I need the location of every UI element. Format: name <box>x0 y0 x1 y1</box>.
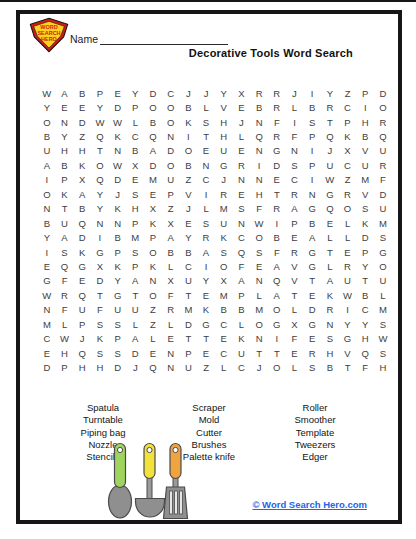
grid-cell: T <box>356 274 374 288</box>
grid-cell: I <box>180 129 198 143</box>
grid-cell: R <box>339 259 357 273</box>
grid-cell: P <box>303 129 321 143</box>
grid-cell: P <box>356 86 374 100</box>
word-search-hero-logo: WORD SEARCH HERO <box>29 17 69 53</box>
grid-cell: N <box>56 115 74 129</box>
grid-cell: M <box>38 317 56 331</box>
grid-cell: O <box>180 144 198 158</box>
grid-cell: S <box>109 346 127 360</box>
grid-cell: U <box>109 303 127 317</box>
grid-cell: R <box>250 86 268 100</box>
grid-cell: A <box>233 274 251 288</box>
grid-cell: S <box>215 245 233 259</box>
grid-cell: Q <box>356 346 374 360</box>
grid-cell: N <box>109 216 127 230</box>
grid-cell: D <box>126 346 144 360</box>
word-list-item: Edger <box>255 451 375 463</box>
grid-cell: R <box>374 158 392 172</box>
grid-cell: T <box>180 331 198 345</box>
grid-cell: K <box>339 129 357 143</box>
grid-cell: R <box>268 86 286 100</box>
grid-cell: C <box>215 317 233 331</box>
grid-cell: B <box>109 230 127 244</box>
grid-cell: U <box>180 360 198 374</box>
grid-cell: B <box>303 100 321 114</box>
grid-cell: G <box>215 158 233 172</box>
grid-cell: C <box>162 86 180 100</box>
grid-cell: Y <box>91 202 109 216</box>
grid-cell: N <box>162 129 180 143</box>
grid-cell: F <box>268 115 286 129</box>
grid-cell: N <box>38 202 56 216</box>
grid-cell: P <box>303 158 321 172</box>
grid-cell: I <box>286 115 304 129</box>
grid-cell: Z <box>162 202 180 216</box>
grid-cell: Y <box>91 187 109 201</box>
grid-cell: I <box>197 187 215 201</box>
word-list-item: Piping bag <box>43 427 163 439</box>
grid-cell: J <box>286 86 304 100</box>
grid-cell: Q <box>73 216 91 230</box>
grid-cell: M <box>215 288 233 302</box>
grid-cell: G <box>91 245 109 259</box>
grid-cell: M <box>356 173 374 187</box>
grid-cell: Q <box>73 346 91 360</box>
logo-text-search: SEARCH <box>37 30 60 36</box>
grid-cell: D <box>73 230 91 244</box>
grid-cell: Q <box>233 245 251 259</box>
grid-cell: M <box>215 202 233 216</box>
grid-cell: Y <box>109 274 127 288</box>
grid-cell: X <box>73 173 91 187</box>
name-blank-line <box>100 35 228 45</box>
grid-cell: D <box>109 360 127 374</box>
grid-cell: V <box>286 274 304 288</box>
logo-text-word: WORD <box>40 24 57 30</box>
grid-cell: B <box>215 303 233 317</box>
grid-cell: F <box>268 245 286 259</box>
grid-cell: Z <box>144 303 162 317</box>
grid-cell: T <box>126 288 144 302</box>
grid-cell: V <box>180 187 198 201</box>
grid-cell: O <box>38 187 56 201</box>
grid-cell: A <box>321 274 339 288</box>
grid-cell: Q <box>56 259 74 273</box>
grid-cell: D <box>268 158 286 172</box>
grid-cell: J <box>250 360 268 374</box>
grid-cell: E <box>286 230 304 244</box>
grid-cell: I <box>268 331 286 345</box>
grid-cell: I <box>91 230 109 244</box>
grid-cell: P <box>339 115 357 129</box>
grid-cell: N <box>250 144 268 158</box>
grid-cell: L <box>339 216 357 230</box>
grid-cell: R <box>268 129 286 143</box>
grid-cell: P <box>233 288 251 302</box>
grid-cell: K <box>109 129 127 143</box>
grid-cell: E <box>144 346 162 360</box>
grid-cell: B <box>180 245 198 259</box>
grid-cell: P <box>356 245 374 259</box>
grid-cell: G <box>197 317 215 331</box>
grid-cell: E <box>197 144 215 158</box>
grid-cell: I <box>303 144 321 158</box>
grid-cell: E <box>339 245 357 259</box>
grid-cell: S <box>109 317 127 331</box>
grid-cell: A <box>73 187 91 201</box>
grid-cell: Q <box>91 129 109 143</box>
grid-cell: O <box>268 303 286 317</box>
grid-cell: T <box>91 144 109 158</box>
grid-cell: B <box>73 86 91 100</box>
grid-cell: Q <box>321 202 339 216</box>
grid-cell: S <box>374 346 392 360</box>
grid-cell: A <box>303 230 321 244</box>
grid-cell: Q <box>321 129 339 143</box>
grid-cell: U <box>215 144 233 158</box>
grid-cell: J <box>109 187 127 201</box>
grid-cell: S <box>197 216 215 230</box>
grid-cell: N <box>250 331 268 345</box>
grid-cell: Y <box>215 86 233 100</box>
grid-cell: U <box>162 173 180 187</box>
ladle-icon <box>136 444 165 518</box>
grid-cell: L <box>144 331 162 345</box>
grid-cell: Z <box>73 129 91 143</box>
grid-cell: A <box>144 144 162 158</box>
grid-cell: E <box>303 331 321 345</box>
grid-cell: H <box>215 115 233 129</box>
grid-cell: N <box>144 274 162 288</box>
grid-cell: P <box>144 230 162 244</box>
grid-cell: J <box>126 360 144 374</box>
grid-cell: K <box>73 158 91 172</box>
grid-cell: R <box>268 202 286 216</box>
grid-cell: Y <box>197 274 215 288</box>
copyright-link[interactable]: © Word Search Hero.com <box>252 499 367 510</box>
grid-cell: A <box>268 259 286 273</box>
grid-cell: A <box>126 274 144 288</box>
grid-cell: U <box>56 216 74 230</box>
grid-cell: F <box>374 173 392 187</box>
grid-cell: G <box>109 288 127 302</box>
grid-cell: N <box>233 216 251 230</box>
letter-grid: WABPEYDCJJYXRRJIYZPDYEEYDPOOBLVEBRLBRCIO… <box>38 86 392 375</box>
grid-cell: T <box>339 360 357 374</box>
grid-cell: B <box>356 129 374 143</box>
grid-cell: D <box>374 187 392 201</box>
grid-cell: J <box>233 115 251 129</box>
grid-cell: U <box>233 346 251 360</box>
grid-cell: M <box>374 303 392 317</box>
grid-cell: K <box>91 331 109 345</box>
grid-cell: N <box>162 346 180 360</box>
grid-cell: S <box>126 245 144 259</box>
grid-cell: E <box>180 216 198 230</box>
grid-cell: Y <box>356 317 374 331</box>
grid-cell: C <box>197 173 215 187</box>
grid-cell: L <box>56 317 74 331</box>
grid-cell: L <box>233 317 251 331</box>
grid-cell: B <box>73 202 91 216</box>
grid-cell: M <box>144 173 162 187</box>
grid-cell: T <box>268 187 286 201</box>
grid-cell: P <box>126 216 144 230</box>
grid-cell: E <box>144 187 162 201</box>
grid-cell: E <box>38 259 56 273</box>
grid-cell: P <box>126 100 144 114</box>
grid-cell: A <box>268 288 286 302</box>
grid-cell: E <box>73 100 91 114</box>
grid-cell: O <box>91 158 109 172</box>
grid-cell: H <box>56 346 74 360</box>
grid-cell: G <box>321 187 339 201</box>
grid-cell: B <box>144 115 162 129</box>
grid-cell: E <box>233 187 251 201</box>
grid-cell: F <box>250 202 268 216</box>
grid-cell: F <box>233 259 251 273</box>
grid-cell: O <box>162 115 180 129</box>
grid-cell: W <box>56 331 74 345</box>
grid-cell: P <box>109 331 127 345</box>
grid-cell: Y <box>126 86 144 100</box>
grid-cell: U <box>73 303 91 317</box>
grid-cell: Q <box>73 288 91 302</box>
grid-cell: J <box>321 144 339 158</box>
grid-cell: N <box>233 173 251 187</box>
grid-cell: R <box>286 245 304 259</box>
grid-cell: X <box>215 274 233 288</box>
grid-cell: D <box>109 100 127 114</box>
grid-cell: K <box>180 115 198 129</box>
grid-cell: A <box>126 331 144 345</box>
grid-cell: K <box>197 303 215 317</box>
grid-cell: Q <box>144 129 162 143</box>
grid-cell: E <box>233 144 251 158</box>
grid-cell: H <box>73 144 91 158</box>
grid-cell: E <box>250 259 268 273</box>
grid-cell: S <box>286 158 304 172</box>
grid-cell: E <box>215 331 233 345</box>
slotted-turner-icon <box>164 444 188 519</box>
grid-cell: D <box>91 274 109 288</box>
grid-cell: B <box>268 230 286 244</box>
worksheet-page: WORD SEARCH HERO Name Decorative Tools W… <box>0 0 416 539</box>
grid-cell: T <box>197 331 215 345</box>
grid-cell: O <box>250 230 268 244</box>
grid-cell: S <box>303 115 321 129</box>
grid-cell: F <box>162 288 180 302</box>
grid-cell: F <box>286 331 304 345</box>
grid-cell: X <box>286 317 304 331</box>
grid-cell: H <box>73 360 91 374</box>
grid-cell: P <box>109 245 127 259</box>
grid-cell: S <box>91 346 109 360</box>
grid-cell: S <box>250 245 268 259</box>
grid-cell: G <box>268 144 286 158</box>
grid-cell: N <box>162 360 180 374</box>
grid-cell: P <box>286 216 304 230</box>
grid-cell: I <box>250 158 268 172</box>
grid-cell: U <box>38 144 56 158</box>
grid-cell: J <box>215 173 233 187</box>
grid-cell: L <box>321 230 339 244</box>
grid-cell: H <box>56 144 74 158</box>
grid-cell: L <box>286 100 304 114</box>
grid-cell: N <box>197 158 215 172</box>
grid-cell: Q <box>374 129 392 143</box>
grid-cell: Y <box>356 259 374 273</box>
grid-cell: K <box>73 245 91 259</box>
grid-cell: L <box>126 115 144 129</box>
grid-cell: E <box>197 346 215 360</box>
grid-cell: S <box>356 202 374 216</box>
grid-cell: R <box>374 115 392 129</box>
grid-cell: L <box>286 303 304 317</box>
grid-cell: Z <box>180 173 198 187</box>
grid-cell: K <box>233 331 251 345</box>
grid-cell: U <box>215 216 233 230</box>
grid-cell: O <box>144 245 162 259</box>
grid-cell: O <box>268 360 286 374</box>
grid-cell: R <box>286 187 304 201</box>
grid-cell: E <box>197 288 215 302</box>
grid-cell: R <box>162 303 180 317</box>
grid-cell: J <box>180 202 198 216</box>
grid-cell: Y <box>56 129 74 143</box>
grid-cell: D <box>162 144 180 158</box>
grid-cell: O <box>38 115 56 129</box>
grid-cell: E <box>126 173 144 187</box>
grid-cell: E <box>286 346 304 360</box>
word-list-item: Spatula <box>43 402 163 414</box>
grid-cell: Y <box>38 100 56 114</box>
grid-cell: C <box>356 303 374 317</box>
grid-cell: X <box>162 216 180 230</box>
grid-cell: R <box>215 187 233 201</box>
word-list-column-3: RollerSmootherTemplateTweezersEdger <box>255 402 375 463</box>
grid-cell: P <box>91 86 109 100</box>
grid-cell: X <box>233 86 251 100</box>
grid-cell: B <box>180 158 198 172</box>
grid-cell: V <box>356 187 374 201</box>
word-list-item: Smoother <box>255 414 375 426</box>
grid-cell: E <box>73 274 91 288</box>
puzzle-title: Decorative Tools Word Search <box>189 47 353 59</box>
grid-cell: C <box>126 129 144 143</box>
grid-cell: Z <box>144 317 162 331</box>
grid-cell: B <box>162 245 180 259</box>
grid-cell: G <box>339 331 357 345</box>
grid-cell: G <box>303 202 321 216</box>
worksheet-border: WORD SEARCH HERO Name Decorative Tools W… <box>16 10 402 524</box>
grid-cell: L <box>250 288 268 302</box>
grid-cell: Z <box>339 173 357 187</box>
grid-cell: F <box>56 303 74 317</box>
grid-cell: M <box>374 216 392 230</box>
grid-cell: X <box>126 158 144 172</box>
grid-cell: X <box>339 144 357 158</box>
grid-cell: U <box>356 158 374 172</box>
grid-cell: X <box>144 202 162 216</box>
grid-cell: L <box>339 230 357 244</box>
grid-cell: S <box>56 245 74 259</box>
grid-cell: C <box>286 173 304 187</box>
grid-cell: Q <box>268 274 286 288</box>
grid-cell: R <box>197 230 215 244</box>
grid-cell: D <box>356 230 374 244</box>
grid-cell: Z <box>339 86 357 100</box>
grid-cell: F <box>91 303 109 317</box>
grid-cell: T <box>321 115 339 129</box>
grid-cell: K <box>109 202 127 216</box>
grid-cell: G <box>38 274 56 288</box>
utensils-illustration <box>107 442 191 520</box>
grid-cell: T <box>286 288 304 302</box>
grid-cell: S <box>321 331 339 345</box>
grid-cell: V <box>339 346 357 360</box>
grid-cell: S <box>303 360 321 374</box>
grid-cell: W <box>321 173 339 187</box>
grid-cell: L <box>233 129 251 143</box>
grid-cell: U <box>126 303 144 317</box>
spoon-icon <box>109 444 132 519</box>
grid-cell: I <box>197 259 215 273</box>
grid-cell: B <box>233 303 251 317</box>
grid-cell: N <box>250 115 268 129</box>
grid-cell: M <box>250 303 268 317</box>
grid-cell: Y <box>339 317 357 331</box>
grid-cell: T <box>303 274 321 288</box>
grid-cell: D <box>144 158 162 172</box>
grid-cell: Y <box>180 230 198 244</box>
grid-cell: R <box>339 187 357 201</box>
grid-cell: C <box>215 346 233 360</box>
grid-cell: D <box>109 173 127 187</box>
grid-cell: N <box>250 173 268 187</box>
grid-cell: O <box>144 100 162 114</box>
grid-cell: M <box>180 303 198 317</box>
grid-cell: E <box>303 288 321 302</box>
grid-cell: X <box>91 259 109 273</box>
grid-cell: H <box>321 346 339 360</box>
grid-cell: L <box>197 202 215 216</box>
grid-cell: Q <box>144 360 162 374</box>
grid-cell: A <box>197 245 215 259</box>
grid-cell: L <box>321 259 339 273</box>
grid-cell: W <box>38 288 56 302</box>
grid-cell: N <box>38 303 56 317</box>
word-list-item: Scraper <box>149 402 269 414</box>
grid-cell: Q <box>91 173 109 187</box>
grid-cell: C <box>339 100 357 114</box>
grid-cell: F <box>286 129 304 143</box>
word-list-item: Roller <box>255 402 375 414</box>
grid-cell: W <box>339 288 357 302</box>
grid-cell: D <box>73 115 91 129</box>
name-label: Name <box>70 33 98 45</box>
grid-cell: P <box>162 187 180 201</box>
grid-cell: L <box>374 288 392 302</box>
grid-cell: A <box>56 86 74 100</box>
grid-cell: O <box>215 259 233 273</box>
grid-cell: N <box>250 274 268 288</box>
grid-cell: O <box>162 158 180 172</box>
grid-cell: Q <box>250 129 268 143</box>
grid-cell: N <box>321 317 339 331</box>
grid-cell: B <box>56 158 74 172</box>
word-list-item: Turntable <box>43 414 163 426</box>
